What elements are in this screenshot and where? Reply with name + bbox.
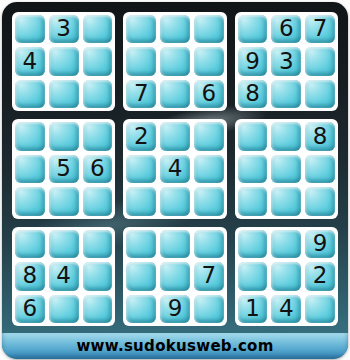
cell-r2c8: 3 bbox=[271, 47, 301, 75]
cell-r3c6: 6 bbox=[194, 80, 224, 108]
cell-r5c7 bbox=[238, 155, 268, 183]
cell-r3c9 bbox=[305, 80, 335, 108]
cell-r4c2 bbox=[49, 122, 79, 150]
cell-r6c4 bbox=[126, 187, 156, 215]
cell-r5c8 bbox=[271, 155, 301, 183]
cell-r1c4 bbox=[126, 15, 156, 43]
cell-r3c8 bbox=[271, 80, 301, 108]
cell-r4c7 bbox=[238, 122, 268, 150]
cell-r7c8 bbox=[271, 230, 301, 258]
cell-r8c5 bbox=[160, 262, 190, 290]
cell-r6c5 bbox=[160, 187, 190, 215]
cell-r8c3 bbox=[83, 262, 113, 290]
cell-r6c7 bbox=[238, 187, 268, 215]
cell-r2c1: 4 bbox=[15, 47, 45, 75]
cell-r2c6 bbox=[194, 47, 224, 75]
cell-r2c9 bbox=[305, 47, 335, 75]
cell-r9c4 bbox=[126, 295, 156, 323]
cell-r7c4 bbox=[126, 230, 156, 258]
cell-r4c8 bbox=[271, 122, 301, 150]
cell-r1c7 bbox=[238, 15, 268, 43]
cell-r5c1 bbox=[15, 155, 45, 183]
cell-r3c3 bbox=[83, 80, 113, 108]
cell-r6c8 bbox=[271, 187, 301, 215]
cell-r7c3 bbox=[83, 230, 113, 258]
cell-r8c1: 8 bbox=[15, 262, 45, 290]
cell-r9c6 bbox=[194, 295, 224, 323]
cell-r5c4 bbox=[126, 155, 156, 183]
cell-r1c9: 7 bbox=[305, 15, 335, 43]
cell-r1c1 bbox=[15, 15, 45, 43]
cell-r7c6 bbox=[194, 230, 224, 258]
sudoku-grid: 34766793856248846799214 bbox=[2, 2, 348, 333]
cell-r3c4: 7 bbox=[126, 80, 156, 108]
cell-r4c6 bbox=[194, 122, 224, 150]
cell-r9c7: 1 bbox=[238, 295, 268, 323]
cell-r4c3 bbox=[83, 122, 113, 150]
cell-r1c6 bbox=[194, 15, 224, 43]
cell-r8c4 bbox=[126, 262, 156, 290]
cell-r5c3: 6 bbox=[83, 155, 113, 183]
cell-r9c9 bbox=[305, 295, 335, 323]
cell-r5c9 bbox=[305, 155, 335, 183]
cell-r8c8 bbox=[271, 262, 301, 290]
cell-r9c1: 6 bbox=[15, 295, 45, 323]
cell-r7c2 bbox=[49, 230, 79, 258]
box-r2c2: 9214 bbox=[235, 227, 338, 326]
sudoku-board: 34766793856248846799214 www.sudokusweb.c… bbox=[2, 2, 348, 359]
cell-r5c2: 5 bbox=[49, 155, 79, 183]
box-r1c0: 56 bbox=[12, 119, 115, 218]
cell-r3c1 bbox=[15, 80, 45, 108]
cell-r2c3 bbox=[83, 47, 113, 75]
cell-r2c2 bbox=[49, 47, 79, 75]
cell-r4c4: 2 bbox=[126, 122, 156, 150]
box-r0c1: 76 bbox=[123, 12, 226, 111]
cell-r9c3 bbox=[83, 295, 113, 323]
box-r0c0: 34 bbox=[12, 12, 115, 111]
box-r1c2: 8 bbox=[235, 119, 338, 218]
cell-r8c6: 7 bbox=[194, 262, 224, 290]
box-r2c0: 846 bbox=[12, 227, 115, 326]
cell-r9c8: 4 bbox=[271, 295, 301, 323]
site-url: www.sudokusweb.com bbox=[76, 337, 273, 355]
cell-r3c7: 8 bbox=[238, 80, 268, 108]
cell-r9c5: 9 bbox=[160, 295, 190, 323]
cell-r6c3 bbox=[83, 187, 113, 215]
footer-bar: www.sudokusweb.com bbox=[2, 333, 348, 359]
cell-r5c5: 4 bbox=[160, 155, 190, 183]
cell-r7c1 bbox=[15, 230, 45, 258]
cell-r4c9: 8 bbox=[305, 122, 335, 150]
cell-r6c6 bbox=[194, 187, 224, 215]
cell-r1c2: 3 bbox=[49, 15, 79, 43]
cell-r7c5 bbox=[160, 230, 190, 258]
cell-r4c5 bbox=[160, 122, 190, 150]
cell-r6c2 bbox=[49, 187, 79, 215]
cell-r2c7: 9 bbox=[238, 47, 268, 75]
cell-r6c1 bbox=[15, 187, 45, 215]
cell-r4c1 bbox=[15, 122, 45, 150]
cell-r3c5 bbox=[160, 80, 190, 108]
cell-r1c3 bbox=[83, 15, 113, 43]
cell-r9c2 bbox=[49, 295, 79, 323]
sudoku-screenshot: 34766793856248846799214 www.sudokusweb.c… bbox=[0, 0, 350, 360]
cell-r5c6 bbox=[194, 155, 224, 183]
cell-r8c2: 4 bbox=[49, 262, 79, 290]
cell-r8c9: 2 bbox=[305, 262, 335, 290]
box-r0c2: 67938 bbox=[235, 12, 338, 111]
box-r1c1: 24 bbox=[123, 119, 226, 218]
cell-r6c9 bbox=[305, 187, 335, 215]
cell-r1c5 bbox=[160, 15, 190, 43]
cell-r1c8: 6 bbox=[271, 15, 301, 43]
cell-r2c5 bbox=[160, 47, 190, 75]
cell-r3c2 bbox=[49, 80, 79, 108]
cell-r7c9: 9 bbox=[305, 230, 335, 258]
cell-r2c4 bbox=[126, 47, 156, 75]
box-r2c1: 79 bbox=[123, 227, 226, 326]
cell-r8c7 bbox=[238, 262, 268, 290]
cell-r7c7 bbox=[238, 230, 268, 258]
